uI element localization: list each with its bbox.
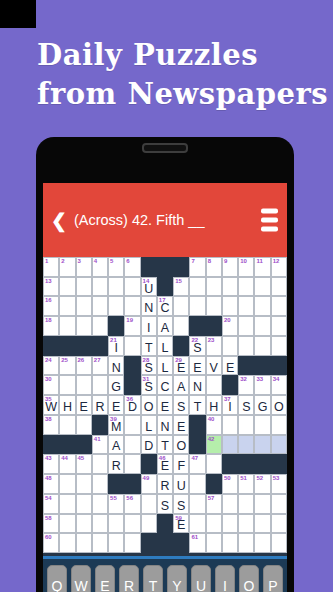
- cell-number: 45: [78, 455, 85, 462]
- grid-cell[interactable]: [108, 533, 124, 553]
- grid-cell[interactable]: 53: [271, 474, 287, 494]
- cell-letter: H: [60, 396, 74, 414]
- grid-cell[interactable]: [189, 296, 205, 316]
- grid-cell[interactable]: [206, 533, 222, 553]
- cell-letter: M: [109, 416, 123, 434]
- black-cell: [108, 474, 124, 494]
- cell-letter: S: [158, 495, 172, 513]
- grid-cell[interactable]: 10: [238, 257, 254, 277]
- cell-number: 30: [45, 376, 52, 383]
- grid-cell[interactable]: [173, 316, 189, 336]
- key-R[interactable]: R: [119, 565, 139, 592]
- hamburger-menu-icon[interactable]: [261, 205, 278, 236]
- black-cell: [173, 533, 189, 553]
- grid-cell[interactable]: [222, 336, 238, 356]
- cell-number: 56: [126, 495, 133, 502]
- grid-cell[interactable]: [124, 533, 140, 553]
- grid-cell[interactable]: E: [76, 395, 92, 415]
- cell-letter: E: [223, 357, 237, 375]
- grid-cell[interactable]: 12: [271, 257, 287, 277]
- grid-cell[interactable]: R: [108, 454, 124, 474]
- grid-cell[interactable]: [222, 415, 238, 435]
- cell-number: 40: [208, 416, 215, 423]
- cell-number: 32: [240, 376, 247, 383]
- cell-number: 34: [273, 376, 280, 383]
- grid-cell[interactable]: [92, 494, 108, 514]
- black-cell: [157, 514, 173, 534]
- grid-cell[interactable]: V: [206, 356, 222, 376]
- grid-cell[interactable]: [124, 435, 140, 455]
- grid-cell[interactable]: 52: [254, 474, 270, 494]
- black-cell: [206, 474, 222, 494]
- key-U[interactable]: U: [191, 565, 211, 592]
- grid-cell[interactable]: [189, 474, 205, 494]
- grid-cell[interactable]: 3: [76, 257, 92, 277]
- grid-cell[interactable]: A: [173, 375, 189, 395]
- cell-number: 49: [143, 475, 150, 482]
- grid-cell[interactable]: [206, 514, 222, 534]
- grid-cell[interactable]: 13: [43, 277, 59, 297]
- cell-letter: L: [158, 357, 172, 375]
- black-cell: [271, 454, 287, 474]
- grid-cell[interactable]: 25: [59, 356, 75, 376]
- cell-letter: E: [158, 396, 172, 414]
- grid-cell[interactable]: E: [157, 395, 173, 415]
- grid-cell[interactable]: [59, 316, 75, 336]
- cell-number: 41: [94, 436, 101, 443]
- grid-cell[interactable]: S: [173, 494, 189, 514]
- grid-cell[interactable]: [206, 296, 222, 316]
- cell-letter: S: [142, 376, 156, 394]
- cell-number: 15: [175, 278, 182, 285]
- grid-cell[interactable]: E: [222, 356, 238, 376]
- cell-letter: N: [109, 357, 123, 375]
- grid-cell[interactable]: [271, 336, 287, 356]
- cell-letter: S: [174, 495, 188, 513]
- grid-cell[interactable]: [92, 375, 108, 395]
- grid-cell[interactable]: 60: [43, 533, 59, 553]
- grid-cell[interactable]: E: [108, 395, 124, 415]
- cell-number: 3: [78, 258, 81, 265]
- grid-cell[interactable]: [92, 454, 108, 474]
- grid-cell[interactable]: [254, 514, 270, 534]
- grid-cell[interactable]: [254, 494, 270, 514]
- grid-cell[interactable]: 44: [59, 454, 75, 474]
- grid-cell[interactable]: 23: [206, 336, 222, 356]
- grid-cell[interactable]: 19: [124, 316, 140, 336]
- grid-cell[interactable]: [76, 514, 92, 534]
- grid-cell[interactable]: [238, 435, 254, 455]
- grid-cell[interactable]: E: [173, 415, 189, 435]
- grid-cell[interactable]: T: [141, 336, 157, 356]
- grid-cell[interactable]: 47: [189, 454, 205, 474]
- grid-cell[interactable]: D: [141, 435, 157, 455]
- grid-cell[interactable]: [108, 514, 124, 534]
- grid-cell[interactable]: [238, 494, 254, 514]
- cell-letter: E: [174, 416, 188, 434]
- grid-cell[interactable]: [189, 514, 205, 534]
- black-cell: [43, 336, 59, 356]
- grid-cell[interactable]: I: [141, 316, 157, 336]
- black-cell: [189, 316, 205, 336]
- app-header: ❮ (Across) 42. Fifth __: [43, 183, 287, 257]
- grid-cell[interactable]: 54: [43, 494, 59, 514]
- grid-cell[interactable]: U: [173, 474, 189, 494]
- grid-cell[interactable]: H: [59, 395, 75, 415]
- grid-cell[interactable]: 16: [43, 296, 59, 316]
- grid-cell[interactable]: L: [157, 336, 173, 356]
- cell-letter: A: [158, 317, 172, 335]
- black-cell: [173, 336, 189, 356]
- grid-cell[interactable]: [59, 474, 75, 494]
- cell-number: 5: [110, 258, 113, 265]
- black-cell: [173, 257, 189, 277]
- grid-cell[interactable]: 8: [206, 257, 222, 277]
- cell-letter: I: [142, 317, 156, 335]
- grid-cell[interactable]: [271, 435, 287, 455]
- grid-cell[interactable]: [238, 336, 254, 356]
- grid-cell[interactable]: 7: [189, 257, 205, 277]
- cell-letter: U: [174, 475, 188, 493]
- grid-cell[interactable]: 22S: [189, 336, 205, 356]
- cell-number: 61: [191, 534, 198, 541]
- grid-cell[interactable]: [59, 494, 75, 514]
- cell-number: 12: [273, 258, 280, 265]
- black-cell: [238, 356, 254, 376]
- grid-cell[interactable]: [271, 494, 287, 514]
- grid-cell[interactable]: [59, 375, 75, 395]
- grid-cell[interactable]: O: [271, 395, 287, 415]
- cell-number: 60: [45, 534, 52, 541]
- grid-cell[interactable]: F: [173, 454, 189, 474]
- grid-cell[interactable]: [189, 494, 205, 514]
- cell-letter: E: [190, 357, 204, 375]
- grid-cell[interactable]: 61: [189, 533, 205, 553]
- grid-cell[interactable]: L: [157, 356, 173, 376]
- grid-cell[interactable]: [92, 277, 108, 297]
- grid-cell[interactable]: [271, 296, 287, 316]
- cell-number: 52: [256, 475, 263, 482]
- cell-letter: I: [223, 396, 237, 414]
- grid-cell[interactable]: [59, 415, 75, 435]
- black-cell: [141, 533, 157, 553]
- grid-cell[interactable]: 9: [222, 257, 238, 277]
- grid-cell[interactable]: G: [254, 395, 270, 415]
- grid-cell[interactable]: 57: [206, 494, 222, 514]
- key-W[interactable]: W: [71, 565, 91, 592]
- grid-cell[interactable]: [92, 533, 108, 553]
- grid-cell[interactable]: N: [141, 296, 157, 316]
- grid-cell[interactable]: 34: [271, 375, 287, 395]
- cell-letter: R: [109, 455, 123, 473]
- grid-cell[interactable]: [59, 296, 75, 316]
- grid-cell[interactable]: T: [157, 435, 173, 455]
- title-line-1: Daily Puzzles: [37, 36, 328, 75]
- grid-cell[interactable]: 15: [173, 277, 189, 297]
- grid-cell[interactable]: [124, 415, 140, 435]
- key-I[interactable]: I: [215, 565, 235, 592]
- cell-letter: S: [174, 396, 188, 414]
- grid-cell[interactable]: [271, 533, 287, 553]
- grid-cell[interactable]: 40: [206, 415, 222, 435]
- grid-cell[interactable]: [59, 533, 75, 553]
- grid-cell[interactable]: 46E: [157, 454, 173, 474]
- grid-cell[interactable]: [76, 316, 92, 336]
- cell-letter: I: [109, 337, 123, 355]
- grid-cell[interactable]: 30: [43, 375, 59, 395]
- grid-cell[interactable]: S: [173, 395, 189, 415]
- grid-cell[interactable]: [76, 533, 92, 553]
- grid-cell[interactable]: [254, 316, 270, 336]
- cell-number: 11: [256, 258, 262, 265]
- cell-letter: H: [207, 396, 221, 414]
- cell-number: 58: [45, 515, 52, 522]
- grid-cell[interactable]: 31S: [141, 375, 157, 395]
- grid-cell[interactable]: 36D: [124, 395, 140, 415]
- grid-cell[interactable]: [254, 435, 270, 455]
- grid-cell[interactable]: [222, 514, 238, 534]
- grid-cell[interactable]: [222, 435, 238, 455]
- cell-letter: E: [109, 396, 123, 414]
- grid-cell[interactable]: S: [238, 395, 254, 415]
- grid-cell[interactable]: 43: [43, 454, 59, 474]
- grid-cell[interactable]: R: [157, 474, 173, 494]
- grid-cell[interactable]: [238, 277, 254, 297]
- grid-cell[interactable]: [271, 277, 287, 297]
- grid-cell[interactable]: [76, 415, 92, 435]
- grid-cell[interactable]: O: [141, 395, 157, 415]
- cell-number: 25: [61, 357, 68, 364]
- cell-letter: G: [255, 396, 269, 414]
- black-cell: [124, 474, 140, 494]
- cell-letter: E: [158, 455, 172, 473]
- cell-number: 26: [78, 357, 85, 364]
- grid-cell[interactable]: [141, 514, 157, 534]
- grid-cell[interactable]: 14U: [141, 277, 157, 297]
- key-P[interactable]: P: [263, 565, 283, 592]
- grid-cell[interactable]: 28S: [141, 356, 157, 376]
- grid-cell[interactable]: O: [173, 435, 189, 455]
- cell-number: 44: [61, 455, 68, 462]
- grid-cell[interactable]: [108, 296, 124, 316]
- key-E[interactable]: E: [95, 565, 115, 592]
- grid-cell[interactable]: 56: [124, 494, 140, 514]
- grid-cell[interactable]: 18: [43, 316, 59, 336]
- cell-letter: L: [142, 416, 156, 434]
- grid-cell[interactable]: [238, 514, 254, 534]
- cell-number: 54: [45, 495, 52, 502]
- black-cell: [189, 415, 205, 435]
- cell-letter: N: [158, 416, 172, 434]
- phone-speaker: [142, 143, 188, 153]
- grid-cell[interactable]: S: [157, 494, 173, 514]
- grid-cell[interactable]: [124, 514, 140, 534]
- cell-letter: E: [174, 357, 188, 375]
- grid-cell[interactable]: 24: [43, 356, 59, 376]
- cell-letter: S: [190, 337, 204, 355]
- key-Y[interactable]: Y: [167, 565, 187, 592]
- grid-cell[interactable]: 29E: [173, 356, 189, 376]
- grid-cell[interactable]: 42: [206, 435, 222, 455]
- grid-cell[interactable]: [254, 415, 270, 435]
- grid-cell[interactable]: [59, 514, 75, 534]
- grid-cell[interactable]: [124, 277, 140, 297]
- cell-number: 18: [45, 317, 52, 324]
- cell-letter: U: [142, 278, 156, 296]
- cell-letter: O: [272, 396, 286, 414]
- grid-cell[interactable]: L: [141, 415, 157, 435]
- grid-cell[interactable]: 50: [222, 474, 238, 494]
- grid-cell[interactable]: [222, 533, 238, 553]
- black-cell: [141, 454, 157, 474]
- grid-cell[interactable]: 33: [254, 375, 270, 395]
- grid-cell[interactable]: 55: [108, 494, 124, 514]
- grid-cell[interactable]: 26: [76, 356, 92, 376]
- grid-cell[interactable]: N: [108, 356, 124, 376]
- cell-number: 38: [45, 416, 52, 423]
- grid-cell[interactable]: 32: [238, 375, 254, 395]
- grid-cell[interactable]: 5: [108, 257, 124, 277]
- grid-cell[interactable]: [76, 474, 92, 494]
- cell-letter: N: [190, 376, 204, 394]
- cell-letter: A: [109, 436, 123, 454]
- grid-cell[interactable]: [238, 296, 254, 316]
- grid-cell[interactable]: H: [206, 395, 222, 415]
- back-icon[interactable]: ❮: [51, 211, 67, 230]
- grid-cell[interactable]: [108, 277, 124, 297]
- grid-cell[interactable]: 17C: [157, 296, 173, 316]
- cell-letter: A: [174, 376, 188, 394]
- grid-cell[interactable]: 49: [141, 474, 157, 494]
- grid-cell[interactable]: E: [189, 356, 205, 376]
- grid-cell[interactable]: [76, 375, 92, 395]
- grid-cell[interactable]: [76, 296, 92, 316]
- grid-cell[interactable]: [76, 494, 92, 514]
- grid-cell[interactable]: [238, 316, 254, 336]
- app-title: Daily Puzzles from Newspapers: [37, 36, 328, 114]
- grid-cell[interactable]: 11: [254, 257, 270, 277]
- grid-cell[interactable]: 21I: [108, 336, 124, 356]
- grid-cell[interactable]: 1: [43, 257, 59, 277]
- black-cell: [189, 435, 205, 455]
- cell-number: 27: [94, 357, 101, 364]
- grid-cell[interactable]: [222, 277, 238, 297]
- cell-letter: O: [142, 396, 156, 414]
- cell-number: 23: [208, 337, 215, 344]
- grid-cell[interactable]: [141, 494, 157, 514]
- black-cell: [124, 356, 140, 376]
- grid-cell[interactable]: [271, 316, 287, 336]
- cell-number: 7: [191, 258, 194, 265]
- grid-cell[interactable]: A: [157, 316, 173, 336]
- cell-number: 16: [45, 297, 52, 304]
- black-cell: [92, 336, 108, 356]
- key-T[interactable]: T: [143, 565, 163, 592]
- grid-cell[interactable]: 48: [43, 474, 59, 494]
- keyboard: QWERTYUIOP: [43, 559, 287, 592]
- grid-cell[interactable]: N: [157, 415, 173, 435]
- cell-number: 8: [208, 258, 211, 265]
- grid-cell[interactable]: [238, 533, 254, 553]
- grid-cell[interactable]: [254, 277, 270, 297]
- grid-cell[interactable]: [206, 277, 222, 297]
- grid-cell[interactable]: 35W: [43, 395, 59, 415]
- grid-cell[interactable]: 27: [92, 356, 108, 376]
- grid-cell[interactable]: [206, 454, 222, 474]
- grid-cell[interactable]: [124, 454, 140, 474]
- cell-letter: O: [174, 436, 188, 454]
- grid-cell[interactable]: 45: [76, 454, 92, 474]
- cell-letter: T: [142, 337, 156, 355]
- grid-cell[interactable]: [92, 514, 108, 534]
- cell-letter: L: [158, 337, 172, 355]
- grid-cell[interactable]: [222, 296, 238, 316]
- grid-cell[interactable]: 38: [43, 415, 59, 435]
- grid-cell[interactable]: [254, 296, 270, 316]
- grid-cell[interactable]: [254, 533, 270, 553]
- grid-cell[interactable]: 58: [43, 514, 59, 534]
- cell-number: 48: [45, 475, 52, 482]
- grid-cell[interactable]: [222, 494, 238, 514]
- grid-cell[interactable]: C: [157, 375, 173, 395]
- grid-cell[interactable]: [76, 277, 92, 297]
- grid-cell[interactable]: 2: [59, 257, 75, 277]
- grid-cell[interactable]: 4: [92, 257, 108, 277]
- grid-cell[interactable]: [92, 316, 108, 336]
- black-cell: [108, 316, 124, 336]
- grid-cell[interactable]: [189, 277, 205, 297]
- grid-cell[interactable]: 41: [92, 435, 108, 455]
- grid-cell[interactable]: 39M: [108, 415, 124, 435]
- grid-cell[interactable]: [124, 296, 140, 316]
- black-cell: [157, 533, 173, 553]
- grid-cell[interactable]: A: [108, 435, 124, 455]
- black-cell: [92, 415, 108, 435]
- grid-cell[interactable]: T: [189, 395, 205, 415]
- grid-cell[interactable]: [254, 336, 270, 356]
- cell-letter: V: [207, 357, 221, 375]
- grid-cell[interactable]: 59E: [173, 514, 189, 534]
- key-O[interactable]: O: [239, 565, 259, 592]
- grid-cell[interactable]: [92, 474, 108, 494]
- cell-number: 1: [45, 258, 48, 265]
- corner-black-artifact: [0, 0, 36, 28]
- grid-cell[interactable]: R: [92, 395, 108, 415]
- grid-cell[interactable]: 20: [222, 316, 238, 336]
- grid-cell[interactable]: [271, 415, 287, 435]
- cell-number: 42: [208, 436, 215, 443]
- key-Q[interactable]: Q: [47, 565, 67, 592]
- grid-cell[interactable]: [271, 514, 287, 534]
- grid-cell[interactable]: [124, 336, 140, 356]
- cell-number: 24: [45, 357, 52, 364]
- cell-number: 9: [224, 258, 227, 265]
- phone-mockup: ❮ (Across) 42. Fifth __ 1234567891011121…: [36, 137, 294, 592]
- grid-cell[interactable]: [206, 375, 222, 395]
- grid-cell[interactable]: [238, 415, 254, 435]
- black-cell: [76, 336, 92, 356]
- black-cell: [238, 454, 254, 474]
- grid-cell[interactable]: N: [189, 375, 205, 395]
- grid-cell[interactable]: [59, 277, 75, 297]
- grid-cell[interactable]: [92, 296, 108, 316]
- grid-cell[interactable]: 6: [124, 257, 140, 277]
- grid-cell[interactable]: G: [108, 375, 124, 395]
- grid-cell[interactable]: [173, 296, 189, 316]
- grid-cell[interactable]: 51: [238, 474, 254, 494]
- grid-cell[interactable]: 37I: [222, 395, 238, 415]
- phone-screen: ❮ (Across) 42. Fifth __ 1234567891011121…: [43, 183, 287, 592]
